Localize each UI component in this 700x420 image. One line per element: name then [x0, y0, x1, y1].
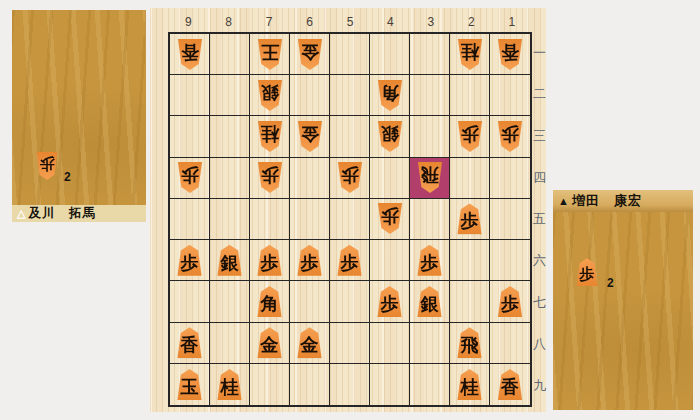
- square-5七[interactable]: [330, 281, 370, 322]
- square-1一[interactable]: 香: [490, 34, 530, 75]
- sente-piece[interactable]: 歩: [456, 203, 484, 234]
- square-1五[interactable]: [490, 199, 530, 240]
- piece-kanji: 飛: [461, 331, 479, 354]
- square-8一[interactable]: [210, 34, 250, 75]
- square-8二[interactable]: [210, 75, 250, 116]
- file-label-1: 1: [492, 14, 532, 30]
- square-4四[interactable]: [370, 158, 410, 199]
- square-8五[interactable]: [210, 199, 250, 240]
- file-label-3: 3: [411, 14, 451, 30]
- sente-piece[interactable]: 銀: [216, 245, 244, 276]
- sente-piece[interactable]: 角: [256, 286, 284, 317]
- piece-kanji: 桂: [461, 43, 479, 66]
- gote-hand-tray-wood: 歩 2: [12, 10, 146, 205]
- square-9六[interactable]: 歩: [170, 240, 210, 281]
- square-5一[interactable]: [330, 34, 370, 75]
- square-3七[interactable]: 銀: [410, 281, 450, 322]
- square-8七[interactable]: [210, 281, 250, 322]
- file-labels: 987654321: [168, 14, 532, 30]
- gote-piece[interactable]: 金: [296, 39, 324, 70]
- square-3四[interactable]: 飛: [410, 158, 450, 199]
- square-9五[interactable]: [170, 199, 210, 240]
- square-5二[interactable]: [330, 75, 370, 116]
- piece-kanji: 桂: [221, 373, 239, 396]
- sente-hand-piece[interactable]: 歩: [575, 258, 599, 286]
- square-4九[interactable]: [370, 364, 410, 405]
- square-4一[interactable]: [370, 34, 410, 75]
- sente-mark-icon: ▲: [558, 195, 570, 207]
- square-3二[interactable]: [410, 75, 450, 116]
- rank-label-9: 九: [533, 365, 546, 407]
- piece-kanji: 歩: [341, 166, 359, 189]
- square-7四[interactable]: 歩: [250, 158, 290, 199]
- shogi-app: 歩 2 △ 及川 拓馬 987654321 香王金桂香銀角桂金銀歩歩歩歩歩飛歩歩…: [0, 0, 700, 420]
- sente-piece[interactable]: 銀: [416, 286, 444, 317]
- square-6五[interactable]: [290, 199, 330, 240]
- square-4六[interactable]: [370, 240, 410, 281]
- sente-piece[interactable]: 玉: [176, 369, 204, 400]
- piece-kanji: 歩: [461, 125, 479, 148]
- piece-kanji: 歩: [181, 166, 199, 189]
- gote-piece[interactable]: 歩: [176, 162, 204, 193]
- piece-kanji: 王: [261, 43, 279, 66]
- rank-label-2: 二: [533, 74, 546, 116]
- piece-kanji: 角: [381, 84, 399, 107]
- sente-hand-count: 2: [607, 276, 614, 290]
- square-6八[interactable]: 金: [290, 323, 330, 364]
- square-6一[interactable]: 金: [290, 34, 330, 75]
- square-1六[interactable]: [490, 240, 530, 281]
- sente-piece[interactable]: 飛: [456, 327, 484, 358]
- square-3五[interactable]: [410, 199, 450, 240]
- square-2七[interactable]: [450, 281, 490, 322]
- piece-kanji: 金: [301, 125, 319, 148]
- gote-piece[interactable]: 飛: [416, 162, 444, 193]
- piece-kanji: 金: [301, 331, 319, 354]
- sente-piece[interactable]: 歩: [256, 245, 284, 276]
- square-9九[interactable]: 玉: [170, 364, 210, 405]
- sente-piece[interactable]: 金: [296, 327, 324, 358]
- file-label-7: 7: [249, 14, 289, 30]
- piece-kanji: 歩: [261, 249, 279, 272]
- square-2六[interactable]: [450, 240, 490, 281]
- piece-kanji: 歩: [181, 249, 199, 272]
- gote-player-label: △ 及川 拓馬: [12, 205, 146, 222]
- square-7二[interactable]: 銀: [250, 75, 290, 116]
- piece-kanji: 桂: [261, 125, 279, 148]
- gote-hand-piece[interactable]: 歩: [35, 152, 59, 180]
- gote-hand-tray: 歩 2 △ 及川 拓馬: [12, 10, 146, 222]
- sente-piece[interactable]: 歩: [416, 245, 444, 276]
- piece-kanji: 香: [501, 373, 519, 396]
- gote-piece[interactable]: 桂: [256, 121, 284, 152]
- square-5三[interactable]: [330, 116, 370, 157]
- gote-piece[interactable]: 桂: [456, 39, 484, 70]
- square-2五[interactable]: 歩: [450, 199, 490, 240]
- rank-label-8: 八: [533, 324, 546, 366]
- square-2三[interactable]: 歩: [450, 116, 490, 157]
- gote-piece[interactable]: 金: [296, 121, 324, 152]
- file-label-2: 2: [451, 14, 491, 30]
- square-1三[interactable]: 歩: [490, 116, 530, 157]
- sente-piece[interactable]: 歩: [496, 286, 524, 317]
- sente-hand-piece-kanji: 歩: [580, 263, 595, 282]
- square-7三[interactable]: 桂: [250, 116, 290, 157]
- square-2八[interactable]: 飛: [450, 323, 490, 364]
- square-7六[interactable]: 歩: [250, 240, 290, 281]
- gote-piece[interactable]: 歩: [496, 121, 524, 152]
- piece-kanji: 歩: [261, 166, 279, 189]
- square-7八[interactable]: 金: [250, 323, 290, 364]
- sente-hand-tray: ▲ 増田 康宏 歩 2: [553, 190, 693, 410]
- square-1七[interactable]: 歩: [490, 281, 530, 322]
- rank-label-5: 五: [533, 199, 546, 241]
- gote-mark-icon: △: [17, 207, 26, 220]
- piece-kanji: 玉: [181, 373, 199, 396]
- piece-kanji: 香: [501, 43, 519, 66]
- gote-piece[interactable]: 香: [496, 39, 524, 70]
- square-2二[interactable]: [450, 75, 490, 116]
- rank-label-1: 一: [533, 32, 546, 74]
- piece-kanji: 飛: [421, 166, 439, 189]
- gote-player-name: 及川 拓馬: [28, 205, 96, 222]
- square-6七[interactable]: [290, 281, 330, 322]
- square-8八[interactable]: [210, 323, 250, 364]
- rank-label-4: 四: [533, 157, 546, 199]
- square-5六[interactable]: 歩: [330, 240, 370, 281]
- piece-kanji: 銀: [381, 125, 399, 148]
- square-3六[interactable]: 歩: [410, 240, 450, 281]
- square-4五[interactable]: 歩: [370, 199, 410, 240]
- piece-kanji: 歩: [461, 207, 479, 230]
- square-3三[interactable]: [410, 116, 450, 157]
- piece-kanji: 歩: [501, 125, 519, 148]
- file-label-9: 9: [168, 14, 208, 30]
- square-6九[interactable]: [290, 364, 330, 405]
- piece-kanji: 桂: [461, 373, 479, 396]
- rank-label-6: 六: [533, 240, 546, 282]
- square-6三[interactable]: 金: [290, 116, 330, 157]
- gote-piece[interactable]: 歩: [256, 162, 284, 193]
- gote-piece[interactable]: 角: [376, 80, 404, 111]
- square-8四[interactable]: [210, 158, 250, 199]
- sente-piece[interactable]: 香: [496, 369, 524, 400]
- square-9三[interactable]: [170, 116, 210, 157]
- square-9四[interactable]: 歩: [170, 158, 210, 199]
- square-3八[interactable]: [410, 323, 450, 364]
- gote-piece[interactable]: 歩: [456, 121, 484, 152]
- gote-piece[interactable]: 香: [176, 39, 204, 70]
- gote-piece[interactable]: 銀: [376, 121, 404, 152]
- gote-hand-piece-kanji: 歩: [40, 157, 55, 176]
- sente-hand-tray-wood: 歩 2: [553, 212, 693, 410]
- sente-piece[interactable]: 香: [176, 327, 204, 358]
- square-3一[interactable]: [410, 34, 450, 75]
- square-5九[interactable]: [330, 364, 370, 405]
- sente-player-label: ▲ 増田 康宏: [553, 190, 693, 212]
- square-2四[interactable]: [450, 158, 490, 199]
- square-6四[interactable]: [290, 158, 330, 199]
- square-1二[interactable]: [490, 75, 530, 116]
- square-5五[interactable]: [330, 199, 370, 240]
- square-3九[interactable]: [410, 364, 450, 405]
- board-panel: 987654321 香王金桂香銀角桂金銀歩歩歩歩歩飛歩歩歩銀歩歩歩歩角歩銀歩香金…: [150, 8, 546, 412]
- piece-kanji: 香: [181, 331, 199, 354]
- square-4八[interactable]: [370, 323, 410, 364]
- piece-kanji: 銀: [221, 249, 239, 272]
- square-9二[interactable]: [170, 75, 210, 116]
- rank-labels: 一二三四五六七八九: [533, 32, 546, 407]
- square-8九[interactable]: 桂: [210, 364, 250, 405]
- square-7七[interactable]: 角: [250, 281, 290, 322]
- shogi-board: 香王金桂香銀角桂金銀歩歩歩歩歩飛歩歩歩銀歩歩歩歩角歩銀歩香金金飛玉桂桂香: [168, 32, 532, 407]
- piece-kanji: 金: [301, 43, 319, 66]
- square-9七[interactable]: [170, 281, 210, 322]
- square-1八[interactable]: [490, 323, 530, 364]
- square-4二[interactable]: 角: [370, 75, 410, 116]
- square-2一[interactable]: 桂: [450, 34, 490, 75]
- rank-label-3: 三: [533, 115, 546, 157]
- square-9八[interactable]: 香: [170, 323, 210, 364]
- sente-piece[interactable]: 歩: [336, 245, 364, 276]
- piece-kanji: 歩: [301, 249, 319, 272]
- square-4七[interactable]: 歩: [370, 281, 410, 322]
- sente-piece[interactable]: 桂: [216, 369, 244, 400]
- piece-kanji: 銀: [261, 84, 279, 107]
- sente-player-name: 増田 康宏: [572, 192, 642, 210]
- square-2九[interactable]: 桂: [450, 364, 490, 405]
- square-5八[interactable]: [330, 323, 370, 364]
- square-7一[interactable]: 王: [250, 34, 290, 75]
- file-label-6: 6: [289, 14, 329, 30]
- sente-piece[interactable]: 桂: [456, 369, 484, 400]
- square-1四[interactable]: [490, 158, 530, 199]
- square-9一[interactable]: 香: [170, 34, 210, 75]
- piece-kanji: 香: [181, 43, 199, 66]
- file-label-5: 5: [330, 14, 370, 30]
- gote-piece[interactable]: 歩: [376, 203, 404, 234]
- square-8六[interactable]: 銀: [210, 240, 250, 281]
- square-4三[interactable]: 銀: [370, 116, 410, 157]
- piece-kanji: 歩: [501, 290, 519, 313]
- square-5四[interactable]: 歩: [330, 158, 370, 199]
- rank-label-7: 七: [533, 282, 546, 324]
- square-8三[interactable]: [210, 116, 250, 157]
- piece-kanji: 歩: [421, 249, 439, 272]
- piece-kanji: 角: [261, 290, 279, 313]
- file-label-4: 4: [370, 14, 410, 30]
- square-7五[interactable]: [250, 199, 290, 240]
- piece-kanji: 金: [261, 331, 279, 354]
- sente-piece[interactable]: 金: [256, 327, 284, 358]
- gote-piece[interactable]: 歩: [336, 162, 364, 193]
- piece-kanji: 歩: [341, 249, 359, 272]
- square-6二[interactable]: [290, 75, 330, 116]
- file-label-8: 8: [208, 14, 248, 30]
- square-1九[interactable]: 香: [490, 364, 530, 405]
- sente-piece[interactable]: 歩: [176, 245, 204, 276]
- sente-piece[interactable]: 歩: [376, 286, 404, 317]
- square-6六[interactable]: 歩: [290, 240, 330, 281]
- piece-kanji: 歩: [381, 207, 399, 230]
- piece-kanji: 歩: [381, 290, 399, 313]
- square-7九[interactable]: [250, 364, 290, 405]
- piece-kanji: 銀: [421, 290, 439, 313]
- gote-piece[interactable]: 銀: [256, 80, 284, 111]
- gote-piece[interactable]: 王: [256, 39, 284, 70]
- sente-piece[interactable]: 歩: [296, 245, 324, 276]
- gote-hand-count: 2: [64, 170, 71, 184]
